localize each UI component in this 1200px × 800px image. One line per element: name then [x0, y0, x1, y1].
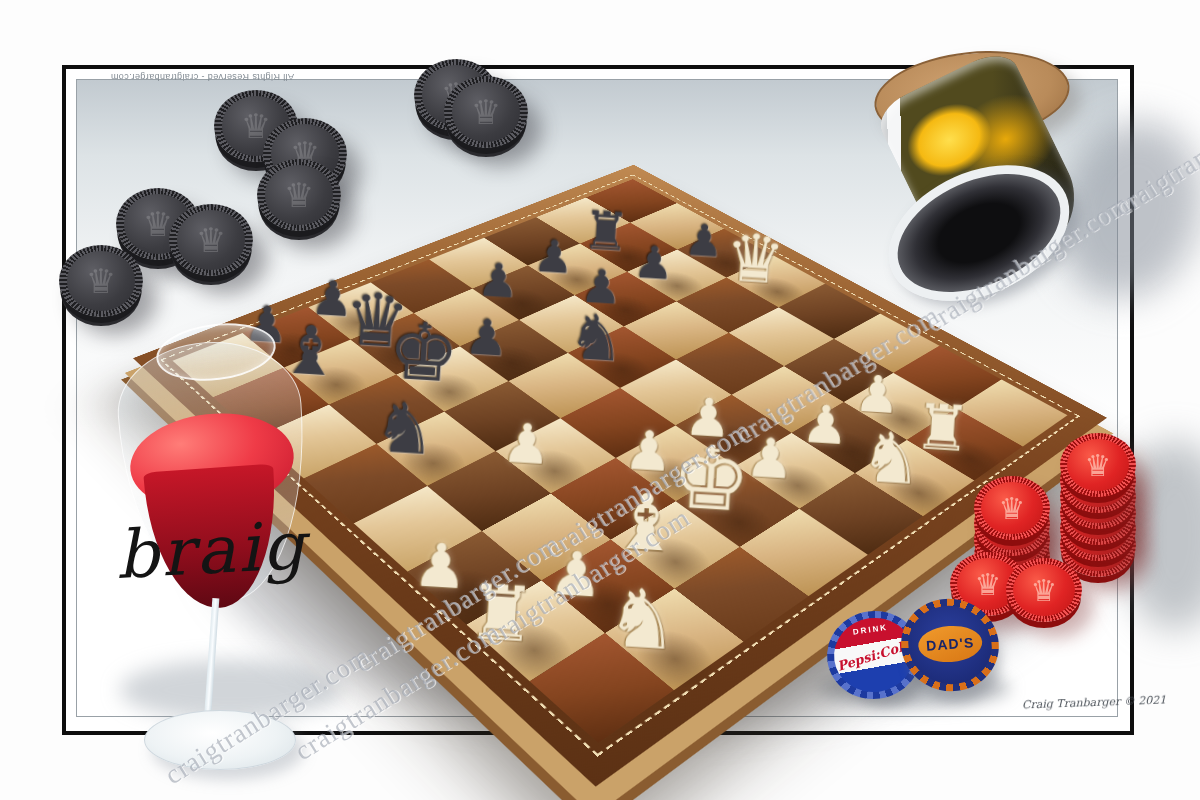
wine-glass-foot — [144, 710, 296, 770]
crown-emboss-icon: ♛ — [975, 567, 1002, 602]
white-knight: ♞ — [859, 422, 926, 495]
red-checker: ♛ — [974, 476, 1050, 540]
checker-face: ♛ — [1067, 439, 1129, 492]
dads-logo-text: DAD'S — [926, 635, 975, 654]
board-square: ♛ — [726, 255, 825, 307]
white-pawn: ♟ — [853, 367, 902, 420]
checker-face: ♛ — [452, 82, 521, 141]
black-king: ♚ — [386, 311, 462, 394]
white-pawn: ♟ — [411, 534, 469, 598]
black-checker: ♛ — [257, 159, 341, 231]
black-checker: ♛ — [59, 245, 143, 317]
checker-face: ♛ — [1013, 564, 1075, 617]
red-checker: ♛ — [1060, 433, 1136, 497]
black-pawn: ♟ — [463, 312, 510, 364]
black-checker: ♛ — [444, 76, 528, 148]
black-knight: ♞ — [372, 392, 439, 465]
red-checker: ♛ — [1006, 558, 1082, 622]
crown-emboss-icon: ♛ — [86, 261, 116, 301]
black-pawn: ♟ — [532, 233, 575, 280]
white-knight: ♞ — [604, 577, 681, 662]
crown-emboss-icon: ♛ — [1085, 448, 1112, 483]
white-pawn: ♟ — [547, 542, 605, 606]
crown-emboss-icon: ♛ — [999, 491, 1026, 526]
white-bishop: ♝ — [609, 483, 683, 564]
artist-signature: braig — [114, 507, 309, 594]
white-king: ♚ — [669, 432, 753, 525]
crown-emboss-icon: ♛ — [471, 92, 501, 132]
black-pawn: ♟ — [683, 218, 725, 264]
rights-notice: All Rights Reserved - craigtranbarger.co… — [84, 72, 294, 82]
crown-emboss-icon: ♛ — [196, 220, 226, 260]
white-pawn: ♟ — [501, 415, 553, 472]
white-queen: ♛ — [723, 224, 786, 294]
checker-face: ♛ — [265, 165, 334, 224]
white-rook: ♜ — [465, 573, 538, 653]
dads-oval: DAD'S — [917, 624, 983, 664]
black-pawn: ♟ — [633, 240, 676, 287]
black-knight: ♞ — [567, 305, 627, 371]
white-pawn: ♟ — [800, 398, 850, 453]
checker-face: ♛ — [67, 251, 136, 310]
black-rook: ♜ — [581, 203, 631, 258]
black-checker: ♛ — [169, 204, 253, 276]
checker-face: ♛ — [981, 482, 1043, 535]
white-pawn: ♟ — [622, 423, 674, 480]
wine-glass-stem — [204, 598, 220, 723]
crown-emboss-icon: ♛ — [1031, 573, 1058, 608]
dice-cup — [856, 40, 1116, 290]
black-pawn: ♟ — [476, 256, 520, 305]
checker-face: ♛ — [177, 210, 246, 269]
crown-emboss-icon: ♛ — [284, 175, 314, 215]
